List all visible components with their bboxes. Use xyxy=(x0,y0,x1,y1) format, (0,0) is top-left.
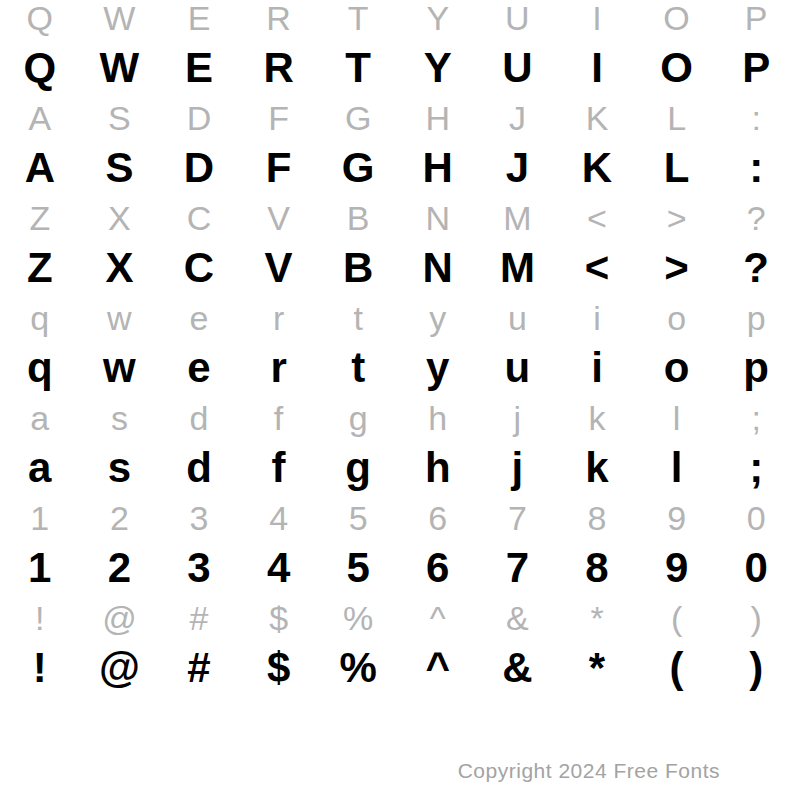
char-cell: Z xyxy=(0,243,80,293)
char-cell: Y xyxy=(398,43,478,93)
char-cell: j xyxy=(478,443,558,493)
character-grid: QWERTYUIOPQWERTYUIOPASDFGHJKL:ASDFGHJKL:… xyxy=(0,0,796,693)
char-cell: > xyxy=(637,243,717,293)
char-cell: Z xyxy=(0,193,80,243)
glyph-row-bold: qwertyuiop xyxy=(0,343,796,393)
char-cell: e xyxy=(159,343,239,393)
char-cell: y xyxy=(398,343,478,393)
char-cell: s xyxy=(80,443,160,493)
char-cell: < xyxy=(557,193,637,243)
char-cell: B xyxy=(318,243,398,293)
char-cell: < xyxy=(557,243,637,293)
char-cell: : xyxy=(716,143,796,193)
char-cell: V xyxy=(239,243,319,293)
char-cell: P xyxy=(716,0,796,43)
char-cell: k xyxy=(557,393,637,443)
char-cell: o xyxy=(637,293,717,343)
char-cell: @ xyxy=(80,643,160,693)
char-cell: q xyxy=(0,343,80,393)
char-cell: y xyxy=(398,293,478,343)
copyright-watermark: Copyright 2024 Free Fonts xyxy=(458,759,720,783)
char-cell: s xyxy=(80,393,160,443)
char-cell: K xyxy=(557,143,637,193)
char-cell: i xyxy=(557,343,637,393)
char-cell: ) xyxy=(716,593,796,643)
char-cell: U xyxy=(478,0,558,43)
char-cell: T xyxy=(318,0,398,43)
char-cell: 3 xyxy=(159,493,239,543)
char-cell: 9 xyxy=(637,543,717,593)
char-cell: 4 xyxy=(239,543,319,593)
char-cell: @ xyxy=(80,593,160,643)
glyph-row-bold: QWERTYUIOP xyxy=(0,43,796,93)
char-cell: 5 xyxy=(318,543,398,593)
char-cell: F xyxy=(239,93,319,143)
glyph-row-light: qwertyuiop xyxy=(0,293,796,343)
char-cell: i xyxy=(557,293,637,343)
char-cell: N xyxy=(398,243,478,293)
char-cell: j xyxy=(478,393,558,443)
char-cell: a xyxy=(0,393,80,443)
glyph-row-bold: 1234567890 xyxy=(0,543,796,593)
glyph-row-bold: !@#$%^&*() xyxy=(0,643,796,693)
char-cell: o xyxy=(637,343,717,393)
char-cell: ! xyxy=(0,643,80,693)
char-cell: M xyxy=(478,243,558,293)
char-cell: : xyxy=(716,93,796,143)
char-cell: g xyxy=(318,443,398,493)
char-cell: w xyxy=(80,293,160,343)
char-cell: U xyxy=(478,43,558,93)
char-cell: u xyxy=(478,343,558,393)
char-cell: * xyxy=(557,593,637,643)
char-cell: 8 xyxy=(557,493,637,543)
char-cell: W xyxy=(80,43,160,93)
glyph-row-bold: ZXCVBNM<>? xyxy=(0,243,796,293)
char-cell: f xyxy=(239,443,319,493)
char-cell: H xyxy=(398,143,478,193)
char-cell: g xyxy=(318,393,398,443)
char-cell: * xyxy=(557,643,637,693)
char-cell: A xyxy=(0,93,80,143)
char-cell: Q xyxy=(0,43,80,93)
char-cell: L xyxy=(637,143,717,193)
char-cell: ( xyxy=(637,593,717,643)
char-cell: > xyxy=(637,193,717,243)
char-cell: Q xyxy=(0,0,80,43)
char-cell: ; xyxy=(716,393,796,443)
char-cell: B xyxy=(318,193,398,243)
char-cell: t xyxy=(318,293,398,343)
char-cell: $ xyxy=(239,593,319,643)
char-cell: r xyxy=(239,343,319,393)
char-cell: R xyxy=(239,43,319,93)
char-cell: I xyxy=(557,0,637,43)
char-cell: W xyxy=(80,0,160,43)
char-cell: 5 xyxy=(318,493,398,543)
char-cell: K xyxy=(557,93,637,143)
char-cell: $ xyxy=(239,643,319,693)
char-cell: ? xyxy=(716,243,796,293)
char-cell: 8 xyxy=(557,543,637,593)
char-cell: M xyxy=(478,193,558,243)
char-cell: 9 xyxy=(637,493,717,543)
glyph-row-bold: ASDFGHJKL: xyxy=(0,143,796,193)
char-cell: C xyxy=(159,193,239,243)
char-cell: C xyxy=(159,243,239,293)
char-cell: I xyxy=(557,43,637,93)
char-cell: R xyxy=(239,0,319,43)
char-cell: Y xyxy=(398,0,478,43)
char-cell: 0 xyxy=(716,543,796,593)
char-cell: & xyxy=(478,593,558,643)
char-cell: p xyxy=(716,343,796,393)
char-cell: 3 xyxy=(159,543,239,593)
char-cell: ^ xyxy=(398,643,478,693)
char-cell: T xyxy=(318,43,398,93)
char-cell: F xyxy=(239,143,319,193)
char-cell: G xyxy=(318,93,398,143)
char-cell: # xyxy=(159,593,239,643)
char-cell: # xyxy=(159,643,239,693)
char-cell: ? xyxy=(716,193,796,243)
char-cell: E xyxy=(159,43,239,93)
char-cell: P xyxy=(716,43,796,93)
char-cell: u xyxy=(478,293,558,343)
char-cell: 6 xyxy=(398,543,478,593)
char-cell: t xyxy=(318,343,398,393)
char-cell: O xyxy=(637,43,717,93)
char-cell: q xyxy=(0,293,80,343)
char-cell: w xyxy=(80,343,160,393)
char-cell: h xyxy=(398,443,478,493)
char-cell: D xyxy=(159,93,239,143)
char-cell: S xyxy=(80,143,160,193)
char-cell: 2 xyxy=(80,493,160,543)
char-cell: V xyxy=(239,193,319,243)
char-cell: 4 xyxy=(239,493,319,543)
char-cell: J xyxy=(478,93,558,143)
char-cell: % xyxy=(318,643,398,693)
char-cell: 0 xyxy=(716,493,796,543)
char-cell: E xyxy=(159,0,239,43)
char-cell: h xyxy=(398,393,478,443)
char-cell: 6 xyxy=(398,493,478,543)
char-cell: 7 xyxy=(478,493,558,543)
char-cell: d xyxy=(159,393,239,443)
char-cell: k xyxy=(557,443,637,493)
char-cell: e xyxy=(159,293,239,343)
char-cell: ; xyxy=(716,443,796,493)
char-cell: a xyxy=(0,443,80,493)
char-cell: ^ xyxy=(398,593,478,643)
char-cell: X xyxy=(80,193,160,243)
char-cell: S xyxy=(80,93,160,143)
glyph-row-light: ASDFGHJKL: xyxy=(0,93,796,143)
char-cell: N xyxy=(398,193,478,243)
glyph-row-light: QWERTYUIOP xyxy=(0,0,796,43)
char-cell: l xyxy=(637,443,717,493)
char-cell: A xyxy=(0,143,80,193)
char-cell: 7 xyxy=(478,543,558,593)
char-cell: 2 xyxy=(80,543,160,593)
char-cell: 1 xyxy=(0,493,80,543)
char-cell: d xyxy=(159,443,239,493)
char-cell: D xyxy=(159,143,239,193)
char-cell: p xyxy=(716,293,796,343)
char-cell: ! xyxy=(0,593,80,643)
char-cell: r xyxy=(239,293,319,343)
char-cell: X xyxy=(80,243,160,293)
glyph-row-light: 1234567890 xyxy=(0,493,796,543)
char-cell: l xyxy=(637,393,717,443)
char-cell: % xyxy=(318,593,398,643)
char-cell: ( xyxy=(637,643,717,693)
char-cell: 1 xyxy=(0,543,80,593)
glyph-row-bold: asdfghjkl; xyxy=(0,443,796,493)
glyph-row-light: ZXCVBNM<>? xyxy=(0,193,796,243)
font-specimen-sheet: QWERTYUIOPQWERTYUIOPASDFGHJKL:ASDFGHJKL:… xyxy=(0,0,800,800)
glyph-row-light: !@#$%^&*() xyxy=(0,593,796,643)
char-cell: ) xyxy=(716,643,796,693)
glyph-row-light: asdfghjkl; xyxy=(0,393,796,443)
char-cell: & xyxy=(478,643,558,693)
char-cell: L xyxy=(637,93,717,143)
char-cell: f xyxy=(239,393,319,443)
char-cell: J xyxy=(478,143,558,193)
char-cell: O xyxy=(637,0,717,43)
char-cell: H xyxy=(398,93,478,143)
char-cell: G xyxy=(318,143,398,193)
